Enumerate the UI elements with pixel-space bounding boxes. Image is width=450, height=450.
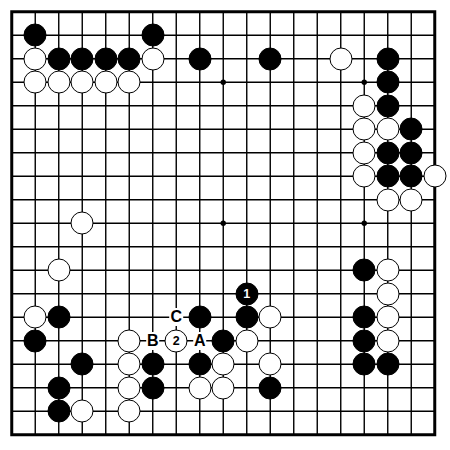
intersection[interactable] — [165, 0, 189, 24]
intersection[interactable] — [423, 47, 447, 71]
intersection[interactable] — [141, 118, 165, 142]
intersection[interactable] — [282, 353, 306, 377]
intersection[interactable] — [165, 94, 189, 118]
intersection[interactable] — [24, 306, 48, 330]
intersection[interactable] — [118, 329, 142, 353]
intersection[interactable] — [24, 24, 48, 48]
intersection[interactable] — [423, 282, 447, 306]
intersection[interactable] — [212, 423, 236, 447]
intersection[interactable] — [0, 118, 24, 142]
intersection[interactable] — [212, 188, 236, 212]
intersection[interactable] — [118, 165, 142, 189]
intersection[interactable] — [400, 353, 424, 377]
intersection[interactable] — [24, 118, 48, 142]
intersection[interactable] — [141, 188, 165, 212]
black-stone[interactable] — [118, 47, 141, 70]
black-stone[interactable]: 1 — [235, 282, 258, 305]
intersection[interactable] — [165, 24, 189, 48]
intersection[interactable] — [306, 94, 330, 118]
white-stone[interactable] — [400, 188, 423, 211]
intersection[interactable] — [0, 329, 24, 353]
intersection[interactable] — [94, 329, 118, 353]
intersection[interactable] — [282, 423, 306, 447]
intersection[interactable] — [24, 423, 48, 447]
intersection[interactable] — [165, 141, 189, 165]
intersection[interactable] — [259, 282, 283, 306]
intersection[interactable] — [188, 47, 212, 71]
intersection[interactable] — [306, 400, 330, 424]
intersection[interactable] — [71, 47, 95, 71]
intersection[interactable]: 2 — [165, 329, 189, 353]
intersection[interactable] — [376, 329, 400, 353]
intersection[interactable] — [141, 353, 165, 377]
black-stone[interactable] — [353, 353, 376, 376]
black-stone[interactable] — [259, 376, 282, 399]
intersection[interactable] — [94, 165, 118, 189]
intersection[interactable] — [24, 259, 48, 283]
intersection[interactable] — [0, 0, 24, 24]
intersection[interactable] — [259, 188, 283, 212]
intersection[interactable] — [306, 282, 330, 306]
intersection[interactable] — [188, 188, 212, 212]
intersection[interactable] — [259, 94, 283, 118]
intersection[interactable] — [118, 282, 142, 306]
intersection[interactable] — [376, 165, 400, 189]
intersection[interactable] — [235, 71, 259, 95]
intersection[interactable] — [71, 165, 95, 189]
white-stone[interactable] — [24, 47, 47, 70]
intersection[interactable] — [329, 94, 353, 118]
white-stone[interactable] — [71, 212, 94, 235]
black-stone[interactable] — [94, 47, 117, 70]
black-stone[interactable] — [353, 329, 376, 352]
intersection[interactable] — [212, 71, 236, 95]
intersection[interactable] — [94, 94, 118, 118]
intersection[interactable] — [118, 188, 142, 212]
intersection[interactable] — [118, 94, 142, 118]
intersection[interactable] — [0, 306, 24, 330]
intersection[interactable] — [306, 259, 330, 283]
black-stone[interactable] — [141, 376, 164, 399]
intersection[interactable] — [235, 423, 259, 447]
white-stone[interactable] — [118, 71, 141, 94]
intersection[interactable] — [235, 329, 259, 353]
white-stone[interactable] — [118, 376, 141, 399]
intersection[interactable] — [71, 0, 95, 24]
intersection[interactable] — [306, 118, 330, 142]
black-stone[interactable] — [141, 353, 164, 376]
intersection[interactable] — [94, 282, 118, 306]
intersection[interactable] — [423, 0, 447, 24]
intersection[interactable] — [400, 165, 424, 189]
white-stone[interactable] — [188, 376, 211, 399]
intersection[interactable] — [94, 47, 118, 71]
black-stone[interactable] — [141, 24, 164, 47]
intersection[interactable] — [71, 423, 95, 447]
intersection[interactable] — [235, 165, 259, 189]
intersection[interactable] — [400, 141, 424, 165]
intersection[interactable] — [94, 423, 118, 447]
intersection[interactable] — [188, 0, 212, 24]
intersection[interactable] — [282, 94, 306, 118]
intersection[interactable] — [141, 376, 165, 400]
intersection[interactable] — [282, 118, 306, 142]
intersection[interactable] — [188, 94, 212, 118]
intersection[interactable] — [212, 118, 236, 142]
intersection[interactable] — [353, 400, 377, 424]
intersection[interactable] — [329, 0, 353, 24]
intersection[interactable] — [0, 71, 24, 95]
intersection[interactable] — [400, 259, 424, 283]
white-stone[interactable] — [24, 71, 47, 94]
intersection[interactable] — [376, 353, 400, 377]
intersection[interactable] — [235, 212, 259, 236]
intersection[interactable] — [188, 282, 212, 306]
white-stone[interactable] — [423, 165, 446, 188]
white-stone[interactable] — [353, 94, 376, 117]
intersection[interactable] — [165, 212, 189, 236]
intersection[interactable] — [282, 376, 306, 400]
intersection[interactable] — [71, 188, 95, 212]
intersection[interactable] — [400, 212, 424, 236]
intersection[interactable] — [329, 423, 353, 447]
intersection[interactable] — [94, 306, 118, 330]
intersection[interactable] — [353, 0, 377, 24]
intersection[interactable] — [235, 259, 259, 283]
black-stone[interactable] — [24, 24, 47, 47]
intersection[interactable] — [47, 24, 71, 48]
intersection[interactable] — [306, 353, 330, 377]
intersection[interactable] — [400, 306, 424, 330]
intersection[interactable] — [259, 212, 283, 236]
white-stone[interactable] — [376, 188, 399, 211]
intersection[interactable] — [141, 400, 165, 424]
intersection[interactable] — [423, 212, 447, 236]
intersection[interactable] — [353, 259, 377, 283]
intersection[interactable] — [329, 188, 353, 212]
intersection[interactable] — [47, 376, 71, 400]
intersection[interactable] — [423, 329, 447, 353]
intersection[interactable] — [47, 118, 71, 142]
intersection[interactable] — [94, 188, 118, 212]
intersection[interactable] — [306, 141, 330, 165]
intersection[interactable] — [24, 94, 48, 118]
intersection[interactable] — [188, 259, 212, 283]
intersection[interactable] — [47, 423, 71, 447]
black-stone[interactable] — [235, 306, 258, 329]
intersection[interactable] — [376, 259, 400, 283]
intersection[interactable] — [329, 376, 353, 400]
intersection[interactable] — [94, 235, 118, 259]
intersection[interactable] — [259, 47, 283, 71]
intersection[interactable] — [47, 400, 71, 424]
intersection[interactable] — [141, 94, 165, 118]
intersection[interactable] — [141, 47, 165, 71]
intersection[interactable] — [423, 376, 447, 400]
black-stone[interactable] — [47, 47, 70, 70]
intersection[interactable] — [259, 235, 283, 259]
intersection[interactable] — [24, 212, 48, 236]
intersection[interactable] — [400, 400, 424, 424]
intersection[interactable] — [282, 400, 306, 424]
intersection[interactable] — [47, 306, 71, 330]
black-stone[interactable] — [24, 329, 47, 352]
intersection[interactable] — [235, 188, 259, 212]
white-stone[interactable] — [118, 353, 141, 376]
intersection[interactable] — [212, 94, 236, 118]
intersection[interactable] — [400, 235, 424, 259]
intersection[interactable] — [71, 141, 95, 165]
intersection[interactable] — [353, 188, 377, 212]
intersection[interactable] — [400, 118, 424, 142]
intersection[interactable] — [400, 423, 424, 447]
intersection[interactable] — [141, 212, 165, 236]
intersection[interactable] — [118, 353, 142, 377]
intersection[interactable] — [235, 0, 259, 24]
intersection[interactable] — [329, 282, 353, 306]
intersection[interactable] — [423, 423, 447, 447]
intersection[interactable] — [24, 165, 48, 189]
intersection[interactable] — [353, 165, 377, 189]
intersection[interactable] — [71, 24, 95, 48]
intersection[interactable] — [306, 329, 330, 353]
intersection[interactable] — [94, 353, 118, 377]
intersection[interactable] — [400, 24, 424, 48]
black-stone[interactable] — [376, 71, 399, 94]
intersection[interactable] — [235, 235, 259, 259]
intersection[interactable] — [376, 141, 400, 165]
intersection[interactable] — [282, 306, 306, 330]
intersection[interactable] — [423, 353, 447, 377]
intersection[interactable] — [212, 329, 236, 353]
intersection[interactable] — [329, 400, 353, 424]
intersection[interactable] — [353, 71, 377, 95]
intersection[interactable] — [0, 188, 24, 212]
intersection[interactable] — [235, 118, 259, 142]
intersection[interactable] — [188, 353, 212, 377]
intersection[interactable] — [282, 329, 306, 353]
intersection[interactable] — [24, 353, 48, 377]
intersection[interactable] — [0, 400, 24, 424]
intersection[interactable] — [259, 0, 283, 24]
intersection[interactable] — [423, 188, 447, 212]
intersection[interactable] — [235, 306, 259, 330]
white-stone[interactable] — [118, 400, 141, 423]
intersection[interactable] — [376, 423, 400, 447]
intersection[interactable] — [24, 188, 48, 212]
black-stone[interactable] — [188, 353, 211, 376]
intersection[interactable] — [259, 400, 283, 424]
intersection[interactable] — [165, 353, 189, 377]
intersection[interactable] — [188, 235, 212, 259]
intersection[interactable]: B — [141, 329, 165, 353]
intersection[interactable] — [141, 141, 165, 165]
white-stone[interactable] — [353, 141, 376, 164]
intersection[interactable] — [94, 118, 118, 142]
intersection[interactable] — [400, 282, 424, 306]
intersection[interactable] — [282, 24, 306, 48]
intersection[interactable] — [188, 118, 212, 142]
intersection[interactable] — [118, 400, 142, 424]
intersection[interactable] — [306, 47, 330, 71]
intersection[interactable] — [0, 235, 24, 259]
intersection[interactable] — [282, 259, 306, 283]
intersection[interactable] — [71, 235, 95, 259]
intersection[interactable] — [282, 188, 306, 212]
intersection[interactable] — [259, 118, 283, 142]
intersection[interactable] — [353, 235, 377, 259]
intersection[interactable] — [188, 400, 212, 424]
intersection[interactable] — [118, 235, 142, 259]
black-stone[interactable] — [47, 376, 70, 399]
intersection[interactable] — [165, 259, 189, 283]
intersection[interactable] — [71, 259, 95, 283]
white-stone[interactable] — [376, 118, 399, 141]
black-stone[interactable] — [212, 329, 235, 352]
intersection[interactable] — [306, 376, 330, 400]
intersection[interactable] — [423, 235, 447, 259]
black-stone[interactable] — [376, 141, 399, 164]
intersection[interactable] — [329, 118, 353, 142]
intersection[interactable] — [329, 235, 353, 259]
intersection[interactable] — [353, 141, 377, 165]
intersection[interactable] — [329, 141, 353, 165]
intersection[interactable] — [0, 376, 24, 400]
intersection[interactable] — [141, 165, 165, 189]
intersection[interactable] — [212, 0, 236, 24]
intersection[interactable] — [71, 329, 95, 353]
intersection[interactable] — [47, 0, 71, 24]
intersection[interactable] — [212, 165, 236, 189]
black-stone[interactable] — [47, 306, 70, 329]
intersection[interactable] — [400, 329, 424, 353]
intersection[interactable] — [94, 24, 118, 48]
intersection[interactable] — [376, 0, 400, 24]
intersection[interactable] — [306, 188, 330, 212]
white-stone[interactable]: 2 — [165, 329, 188, 352]
intersection[interactable] — [329, 306, 353, 330]
white-stone[interactable] — [329, 47, 352, 70]
intersection[interactable] — [47, 141, 71, 165]
black-stone[interactable] — [400, 141, 423, 164]
intersection[interactable] — [141, 282, 165, 306]
intersection[interactable] — [94, 141, 118, 165]
intersection[interactable] — [118, 212, 142, 236]
intersection[interactable] — [306, 71, 330, 95]
white-stone[interactable] — [47, 71, 70, 94]
intersection[interactable] — [376, 94, 400, 118]
intersection[interactable] — [118, 306, 142, 330]
intersection[interactable] — [47, 259, 71, 283]
intersection[interactable] — [165, 400, 189, 424]
intersection[interactable] — [235, 353, 259, 377]
intersection[interactable] — [329, 71, 353, 95]
intersection[interactable] — [0, 141, 24, 165]
intersection[interactable] — [329, 212, 353, 236]
intersection[interactable] — [423, 118, 447, 142]
white-stone[interactable] — [376, 259, 399, 282]
white-stone[interactable] — [259, 306, 282, 329]
intersection[interactable] — [118, 423, 142, 447]
white-stone[interactable] — [353, 118, 376, 141]
intersection[interactable] — [212, 141, 236, 165]
intersection[interactable] — [353, 306, 377, 330]
white-stone[interactable] — [376, 306, 399, 329]
intersection[interactable] — [353, 118, 377, 142]
intersection[interactable] — [47, 212, 71, 236]
intersection[interactable] — [259, 24, 283, 48]
intersection[interactable] — [141, 235, 165, 259]
intersection[interactable] — [141, 71, 165, 95]
intersection[interactable] — [259, 259, 283, 283]
intersection[interactable] — [0, 353, 24, 377]
white-stone[interactable] — [259, 353, 282, 376]
intersection[interactable] — [329, 353, 353, 377]
intersection[interactable] — [118, 47, 142, 71]
intersection[interactable] — [47, 329, 71, 353]
intersection[interactable] — [47, 188, 71, 212]
intersection[interactable] — [165, 188, 189, 212]
intersection[interactable] — [71, 306, 95, 330]
intersection[interactable] — [0, 212, 24, 236]
intersection[interactable] — [400, 0, 424, 24]
intersection[interactable] — [24, 400, 48, 424]
intersection[interactable] — [212, 47, 236, 71]
intersection[interactable] — [400, 376, 424, 400]
intersection[interactable] — [47, 235, 71, 259]
black-stone[interactable] — [353, 306, 376, 329]
intersection[interactable] — [165, 282, 189, 306]
intersection[interactable] — [94, 400, 118, 424]
intersection[interactable] — [376, 24, 400, 48]
black-stone[interactable] — [188, 47, 211, 70]
intersection[interactable] — [165, 235, 189, 259]
intersection[interactable] — [165, 376, 189, 400]
intersection[interactable] — [235, 400, 259, 424]
intersection[interactable] — [235, 376, 259, 400]
intersection[interactable] — [212, 235, 236, 259]
intersection[interactable] — [188, 423, 212, 447]
intersection[interactable] — [24, 141, 48, 165]
intersection[interactable] — [353, 24, 377, 48]
intersection[interactable] — [118, 259, 142, 283]
intersection[interactable] — [212, 306, 236, 330]
intersection[interactable] — [423, 400, 447, 424]
intersection[interactable] — [47, 282, 71, 306]
intersection[interactable] — [353, 353, 377, 377]
intersection[interactable] — [235, 141, 259, 165]
intersection[interactable] — [306, 0, 330, 24]
intersection[interactable] — [423, 141, 447, 165]
intersection[interactable] — [282, 282, 306, 306]
intersection[interactable] — [118, 118, 142, 142]
intersection[interactable] — [94, 212, 118, 236]
intersection[interactable] — [259, 141, 283, 165]
intersection[interactable] — [94, 376, 118, 400]
white-stone[interactable] — [235, 329, 258, 352]
white-stone[interactable] — [353, 165, 376, 188]
intersection[interactable] — [400, 47, 424, 71]
intersection[interactable] — [353, 329, 377, 353]
intersection[interactable] — [165, 165, 189, 189]
intersection[interactable] — [376, 306, 400, 330]
intersection[interactable] — [376, 71, 400, 95]
intersection[interactable] — [423, 71, 447, 95]
black-stone[interactable] — [376, 47, 399, 70]
intersection[interactable] — [71, 400, 95, 424]
white-stone[interactable] — [376, 329, 399, 352]
intersection[interactable] — [282, 212, 306, 236]
